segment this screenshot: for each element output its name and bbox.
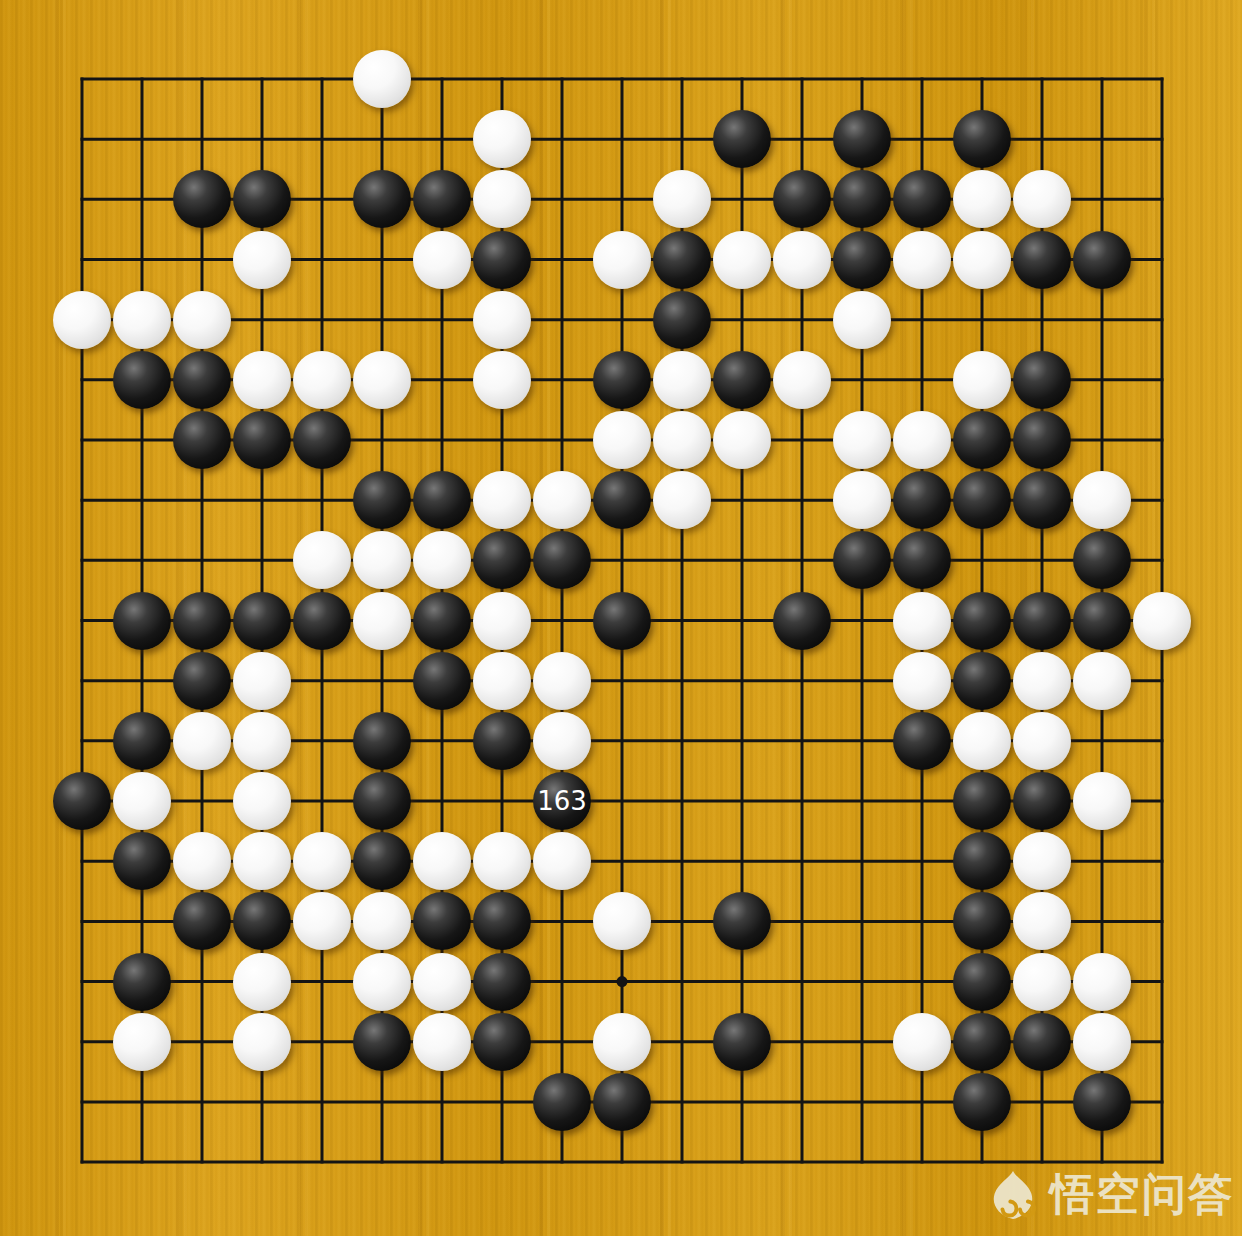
stone-black (473, 712, 531, 770)
stone-white (413, 953, 471, 1011)
stone-black (413, 892, 471, 950)
stone-black (713, 110, 771, 168)
stone-black (353, 170, 411, 228)
stone-white (233, 832, 291, 890)
stone-white (293, 892, 351, 950)
stone-black (173, 592, 231, 650)
stone-white (353, 592, 411, 650)
stone-white (593, 231, 651, 289)
stone-white (293, 832, 351, 890)
stone-white (413, 531, 471, 589)
stone-black (473, 231, 531, 289)
stone-white (713, 411, 771, 469)
stone-white (1073, 953, 1131, 1011)
stone-black (893, 170, 951, 228)
stone-white (953, 170, 1011, 228)
stone-black (593, 471, 651, 529)
stone-black (953, 772, 1011, 830)
stone-black (473, 953, 531, 1011)
stone-black (953, 832, 1011, 890)
stone-white (473, 291, 531, 349)
stone-white (233, 351, 291, 409)
stone-black (113, 712, 171, 770)
stone-white (173, 291, 231, 349)
stone-black (173, 351, 231, 409)
stone-white (413, 231, 471, 289)
stone-black (173, 652, 231, 710)
stone-white (893, 652, 951, 710)
stone-black (353, 712, 411, 770)
go-board[interactable]: 163 (0, 0, 1242, 1236)
stone-white (473, 471, 531, 529)
stone-black (233, 592, 291, 650)
stone-white (1073, 471, 1131, 529)
stone-black (833, 231, 891, 289)
stone-black (113, 832, 171, 890)
stone-white (413, 832, 471, 890)
stone-white (173, 712, 231, 770)
stone-white (953, 712, 1011, 770)
stone-white (833, 411, 891, 469)
stone-white (533, 832, 591, 890)
stone-white (353, 50, 411, 108)
stone-white (1013, 712, 1071, 770)
stone-white (473, 170, 531, 228)
stone-white (353, 351, 411, 409)
stone-black (653, 231, 711, 289)
stone-black (893, 712, 951, 770)
stone-black (953, 1013, 1011, 1071)
stone-black (533, 1073, 591, 1131)
stone-black (293, 592, 351, 650)
stone-black (113, 351, 171, 409)
stone-black (173, 411, 231, 469)
stone-black (353, 1013, 411, 1071)
stone-black (173, 892, 231, 950)
stone-white (353, 892, 411, 950)
stone-white (1013, 832, 1071, 890)
stone-white (833, 471, 891, 529)
stone-black (833, 110, 891, 168)
stone-black (833, 170, 891, 228)
stone-black (1073, 531, 1131, 589)
wukong-logo-icon (986, 1170, 1040, 1220)
go-board-scene: 163 悟空问答 (0, 0, 1242, 1236)
stone-black (593, 1073, 651, 1131)
last-move-stone: 163 (533, 772, 591, 830)
stone-black (473, 892, 531, 950)
stone-white (473, 110, 531, 168)
stone-black (833, 531, 891, 589)
stone-white (1073, 1013, 1131, 1071)
stone-white (233, 712, 291, 770)
stone-white (593, 1013, 651, 1071)
stone-white (473, 652, 531, 710)
stone-white (1073, 652, 1131, 710)
watermark-text: 悟空问答 (1050, 1165, 1234, 1224)
stone-white (1133, 592, 1191, 650)
stone-white (473, 351, 531, 409)
stone-white (1013, 953, 1071, 1011)
stone-black (53, 772, 111, 830)
stone-white (473, 592, 531, 650)
stone-black (953, 1073, 1011, 1131)
stone-white (1073, 772, 1131, 830)
stone-black (953, 592, 1011, 650)
stone-white (53, 291, 111, 349)
stone-black (773, 170, 831, 228)
stone-white (653, 351, 711, 409)
stone-white (233, 231, 291, 289)
stone-black (653, 291, 711, 349)
stone-black (953, 892, 1011, 950)
stone-white (353, 531, 411, 589)
stone-black (413, 652, 471, 710)
watermark: 悟空问答 (986, 1165, 1234, 1224)
stone-white (953, 351, 1011, 409)
stone-white (773, 231, 831, 289)
stone-white (593, 892, 651, 950)
stone-black (1013, 471, 1071, 529)
stone-white (233, 772, 291, 830)
stone-white (413, 1013, 471, 1071)
stone-white (1013, 170, 1071, 228)
stone-black (233, 892, 291, 950)
stone-white (533, 712, 591, 770)
stone-black (353, 832, 411, 890)
stone-black (473, 531, 531, 589)
stone-black (533, 531, 591, 589)
stone-white (893, 411, 951, 469)
stone-black (233, 411, 291, 469)
stone-white (893, 592, 951, 650)
stone-white (353, 953, 411, 1011)
stone-black (353, 471, 411, 529)
stone-black (953, 652, 1011, 710)
stone-black (953, 953, 1011, 1011)
stone-black (1073, 592, 1131, 650)
stone-white (293, 531, 351, 589)
stone-white (293, 351, 351, 409)
stone-white (713, 231, 771, 289)
stone-black (1013, 772, 1071, 830)
stone-white (893, 1013, 951, 1071)
stone-white (893, 231, 951, 289)
stone-black (893, 531, 951, 589)
stone-white (1013, 652, 1071, 710)
stone-white (233, 652, 291, 710)
stone-white (233, 1013, 291, 1071)
stone-white (533, 652, 591, 710)
stone-white (473, 832, 531, 890)
stone-black (413, 471, 471, 529)
stone-black (353, 772, 411, 830)
stone-white (533, 471, 591, 529)
stone-white (113, 772, 171, 830)
stone-white (113, 1013, 171, 1071)
move-number-label: 163 (533, 772, 591, 830)
stone-black (413, 592, 471, 650)
stone-white (653, 411, 711, 469)
stone-white (1013, 892, 1071, 950)
stone-black (773, 592, 831, 650)
stone-black (1073, 231, 1131, 289)
stone-black (953, 471, 1011, 529)
stone-black (113, 592, 171, 650)
stone-white (233, 953, 291, 1011)
stone-white (653, 170, 711, 228)
stone-black (293, 411, 351, 469)
stone-black (173, 170, 231, 228)
stone-black (1013, 411, 1071, 469)
stone-black (953, 110, 1011, 168)
stone-black (893, 471, 951, 529)
stone-black (1013, 351, 1071, 409)
stone-black (1013, 231, 1071, 289)
stone-black (713, 892, 771, 950)
stone-white (653, 471, 711, 529)
stone-black (953, 411, 1011, 469)
stone-black (713, 1013, 771, 1071)
stone-black (593, 351, 651, 409)
stone-white (593, 411, 651, 469)
stone-white (833, 291, 891, 349)
stone-black (1013, 592, 1071, 650)
stone-white (173, 832, 231, 890)
stone-black (713, 351, 771, 409)
stone-white (113, 291, 171, 349)
stone-black (113, 953, 171, 1011)
stone-white (773, 351, 831, 409)
stone-black (593, 592, 651, 650)
stone-black (1013, 1013, 1071, 1071)
stone-black (233, 170, 291, 228)
stone-white (953, 231, 1011, 289)
stones-layer: 163 (0, 0, 1242, 1236)
stone-black (1073, 1073, 1131, 1131)
stone-black (413, 170, 471, 228)
stone-black (473, 1013, 531, 1071)
